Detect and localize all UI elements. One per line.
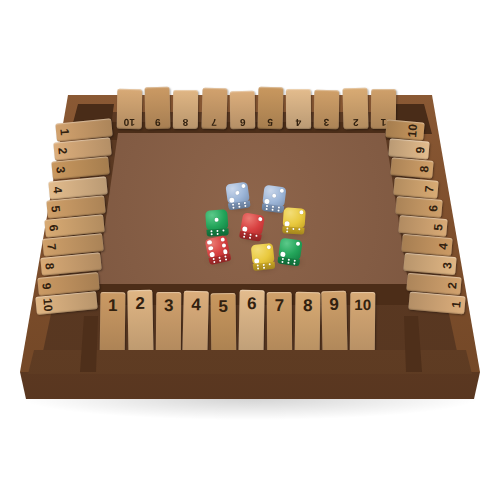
tile-number: 2 (446, 281, 459, 289)
tile-right-1: 1 (409, 291, 466, 313)
tile-number: 4 (286, 117, 311, 127)
tile-number: 1 (451, 300, 464, 308)
tile-number: 10 (41, 297, 54, 311)
tile-number: 6 (230, 117, 255, 127)
tile-number: 3 (314, 117, 339, 127)
tile-number: 5 (258, 117, 283, 128)
tile-number: 9 (145, 117, 170, 128)
tile-number: 10 (117, 117, 142, 127)
tile-top-3: 3 (314, 90, 340, 129)
die-green-3 (205, 209, 229, 236)
tile-top-2: 2 (342, 88, 368, 130)
tile-number: 2 (56, 147, 69, 155)
tile-number: 5 (432, 223, 445, 231)
tile-right-9: 9 (388, 138, 429, 159)
tile-number: 1 (58, 128, 71, 136)
tile-number: 10 (350, 296, 375, 311)
tile-number: 6 (239, 295, 264, 312)
die-yellow-6 (282, 207, 306, 234)
tile-number: 4 (184, 296, 209, 314)
tile-number: 7 (45, 243, 58, 251)
tile-number: 2 (343, 117, 368, 128)
tile-top-4: 4 (286, 89, 311, 129)
tile-number: 7 (267, 296, 292, 313)
tile-number: 1 (100, 296, 125, 313)
tile-top-5: 5 (258, 87, 284, 130)
die-green-8 (277, 238, 302, 267)
tile-number: 8 (295, 297, 320, 314)
tiles-and-dice-layer: 1098765432112345678910109876543211234567… (0, 0, 500, 500)
tile-number: 10 (406, 123, 419, 137)
tile-right-8: 8 (391, 158, 434, 179)
tile-top-10: 10 (117, 89, 143, 129)
tile-number: 8 (173, 117, 198, 127)
tile-number: 7 (423, 185, 436, 193)
tile-right-6: 6 (396, 196, 443, 217)
tile-number: 5 (211, 298, 236, 315)
tile-number: 8 (43, 262, 56, 270)
tile-number: 8 (419, 165, 432, 173)
tile-top-8: 8 (173, 90, 198, 129)
tile-number: 3 (442, 262, 455, 270)
tile-number: 6 (428, 204, 441, 212)
tile-right-7: 7 (393, 177, 438, 198)
tile-number: 9 (414, 146, 427, 154)
tile-top-7: 7 (201, 88, 227, 130)
tile-number: 3 (54, 166, 67, 174)
tile-right-10: 10 (385, 119, 424, 140)
tile-number: 9 (322, 296, 347, 314)
die-front-face (282, 226, 304, 235)
die-yellow-7 (251, 243, 276, 271)
tile-top-6: 6 (230, 91, 256, 129)
tile-number: 3 (156, 297, 181, 314)
tile-number: 7 (201, 117, 226, 128)
tile-number: 5 (49, 205, 62, 213)
die-red-5 (205, 235, 232, 265)
tile-number: 4 (52, 185, 65, 193)
tile-number: 4 (437, 243, 450, 251)
tile-number: 2 (127, 295, 152, 312)
tile-top-9: 9 (145, 87, 171, 130)
tile-right-3: 3 (404, 253, 457, 275)
die-blue-1 (225, 182, 250, 211)
product-photo-stage: 1098765432112345678910109876543211234567… (0, 0, 500, 500)
tile-number: 9 (41, 282, 54, 290)
die-red-4 (239, 212, 265, 241)
tile-number: 6 (47, 224, 60, 232)
